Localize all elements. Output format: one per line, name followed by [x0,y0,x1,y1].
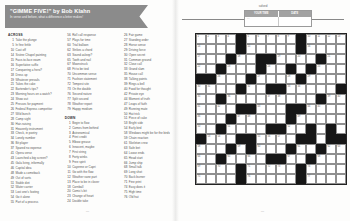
clue-text: Wild bunch [16,112,31,116]
black-square [296,174,306,184]
clue-text: Place to be in clover [72,180,99,184]
white-square: 40 [336,94,346,104]
cell-number: 28 [288,75,291,78]
white-square [336,74,346,84]
clue-text: Old hat [129,195,139,199]
white-square: 76 [246,174,256,184]
cell-number: 56 [268,135,271,138]
cell-number: 46 [198,115,201,118]
cell-number: 14 [198,45,201,48]
cell-number: 35 [198,95,201,98]
black-square [246,104,256,114]
clue-text: Fashion statement [72,77,97,81]
white-square: 56 [266,134,276,144]
white-square [236,154,246,164]
clue-text: Head start [129,156,143,160]
white-square: 18 [236,54,246,64]
black-square [266,84,276,94]
cell-number: 6 [258,35,259,38]
cell-number: 51 [228,125,231,128]
clue-text: Moment of truth [129,97,150,101]
white-square: 29 [306,74,316,84]
clue-text: Made a comeback [16,171,41,175]
clue-text: Stable diet [16,181,30,185]
cell-number: 39 [328,95,331,98]
white-square: 77 [306,174,316,184]
clue-text: Safe bet [129,146,140,150]
cell-number: 68 [318,155,321,158]
clue-text: Sistine Chapel painting [16,53,47,57]
black-square [206,74,216,84]
white-square: 47 [236,114,246,124]
cell-number: 34 [298,85,301,88]
white-square [276,74,286,84]
white-square [206,144,216,154]
clue-text: Check, in poetry [16,131,38,135]
cell-number: 70 [218,165,221,168]
clue-text: Jump ship [129,161,143,165]
white-square: 6 [256,34,266,44]
cell-number: 55 [258,135,261,138]
black-square [276,84,286,94]
white-square: 50 [196,124,206,134]
page-number-left: — [86,209,89,213]
white-square [326,104,336,114]
cell-number: 15 [248,45,251,48]
cell-number: 8 [278,35,279,38]
white-square [316,134,326,144]
clue-text: Presses for payment [16,102,44,106]
black-square [306,134,316,144]
white-square [316,84,326,94]
white-square: 61 [296,144,306,154]
cell-number: 59 [238,145,241,148]
clue-text: Cast off [16,48,26,52]
cell-number: 10 [308,35,311,38]
white-square: 19 [276,54,286,64]
white-square: 5 [246,34,256,44]
clue-text: Happy medium [72,107,92,111]
white-square: 55 [256,134,266,144]
cell-number: 33 [288,85,291,88]
clue-text: Hair-raising [16,122,31,126]
white-square [246,124,256,134]
puzzle-subtitle: In verse and before, what a difference a… [10,15,148,20]
clue-text: Fit to be tied [72,67,89,71]
white-square [296,154,306,164]
white-square: 46 [196,114,206,124]
black-square [296,104,306,114]
cell-number: 54 [218,135,221,138]
clue-text: Loose ends [129,151,145,155]
white-square [246,64,256,74]
white-square: 13 [336,34,346,44]
black-square [266,54,276,64]
white-square [206,54,216,64]
white-square [216,174,226,184]
black-square [296,34,306,44]
white-square [266,174,276,184]
cell-number: 13 [338,35,341,38]
white-square [216,54,226,64]
white-square [276,44,286,54]
clue-text: Private eye [129,92,144,96]
cell-number: 69 [198,165,201,168]
clue-text: Opera verse [16,151,33,155]
white-square: 44 [306,104,316,114]
clue-text: Face-to-face exam [16,58,41,62]
white-square: 30 [196,84,206,94]
white-square [316,174,326,184]
clue-text: House call [129,72,143,76]
clue-text: Print credit [72,135,86,139]
white-square: 45 [316,104,326,114]
white-square [296,94,306,104]
cell-number: 60 [258,145,261,148]
clue-text: Free spirit [72,160,85,164]
clue-text: Whatever prevails [16,78,40,82]
cell-number: 44 [308,105,311,108]
clue-text: Conquering a hero? [16,68,43,72]
clue-text: Bartender's tips? [16,87,38,91]
clue-text: Show out [16,97,29,101]
clue-text: In fine fettle [16,43,32,47]
white-square [266,74,276,84]
clue-text: Back burner [129,175,145,179]
white-square: 28 [286,74,296,84]
white-square [326,154,336,164]
clue-number: 76 [121,195,127,200]
black-square [276,124,286,134]
white-square [336,164,346,174]
white-square [326,44,336,54]
white-square [326,164,336,174]
white-square: 25 [316,64,326,74]
clue-text: Water carrier [16,185,33,189]
white-square: 1 [196,34,206,44]
white-square: 69 [196,164,206,174]
clue-text: Camp sight [16,117,31,121]
clue-text: Early bird [129,126,142,130]
white-square: 26 [216,74,226,84]
white-square: 62 [326,144,336,154]
white-square: 63 [336,144,346,154]
clue-text: Cornball [72,185,83,189]
white-square: 31 [206,84,216,94]
cell-number: 3 [218,35,219,38]
clue-line: 55Part of a process [8,200,57,205]
clue-text: Open secret [129,53,145,57]
white-square: 73 [276,164,286,174]
white-square [336,174,346,184]
clue-text: Double take [72,199,88,203]
clue-text: Strikes a chord [72,48,92,52]
clue-text: Heavenly instrument [16,127,43,131]
white-square: 58 [196,144,206,154]
white-square [276,174,286,184]
black-square [286,64,296,74]
cell-number: 30 [198,85,201,88]
white-square: 7 [266,34,276,44]
white-square: 17 [196,54,206,64]
cell-number: 2 [208,35,209,38]
white-square [206,114,216,124]
cell-number: 5 [248,35,249,38]
clue-text: High time [129,190,142,194]
black-square [216,64,226,74]
clue-text: Bit player [16,141,29,145]
cell-number: 21 [328,55,331,58]
black-square [286,144,296,154]
black-square [296,74,306,84]
white-square [226,104,236,114]
white-square: 68 [316,154,326,164]
cell-number: 62 [328,145,331,148]
cell-number: 73 [278,165,281,168]
white-square [286,164,296,174]
white-square [226,84,236,94]
white-square [216,144,226,154]
clue-text: Weather report [72,102,92,106]
cell-number: 9 [288,35,289,38]
white-square [316,44,326,54]
clue-text: Weather vane part [72,175,97,179]
white-square [316,124,326,134]
white-square [246,54,256,64]
white-square: 75 [196,174,206,184]
black-square [306,154,316,164]
clue-text: Driving force [129,48,146,52]
clue-text: Gala living, informally [16,161,45,165]
white-square: 34 [296,84,306,94]
clue-text: Piece of cake [129,116,147,120]
white-square [266,114,276,124]
white-square [216,84,226,94]
black-square [296,164,306,174]
cell-number: 7 [268,35,269,38]
white-square: 74 [306,164,316,174]
clue-text: Close call [129,62,142,66]
cell-number: 58 [198,145,201,148]
clue-text: Change of heart [72,194,94,198]
clue-text: Long shot [129,170,142,174]
clue-text: Uncommon sense [72,72,96,76]
cell-number: 61 [298,145,301,148]
white-square: 54 [216,134,226,144]
white-square [276,64,286,74]
black-square [236,34,246,44]
white-square [306,54,316,64]
white-square [206,64,216,74]
white-square [326,64,336,74]
white-square: 66 [246,154,256,164]
black-square [236,84,246,94]
white-square [296,64,306,74]
clue-text: Part of a process [16,200,39,204]
white-square [336,64,346,74]
clue-text: Running mate [129,107,148,111]
cell-number: 53 [208,135,211,138]
cell-number: 64 [198,155,201,158]
clue-text: Comic's bit [72,189,87,193]
white-square: 11 [316,34,326,44]
cell-number: 71 [248,165,251,168]
cell-number: 45 [318,105,321,108]
white-square: 49 [296,114,306,124]
white-square [286,54,296,64]
book-spread: "GIMME FIVE!" by Bob Klahn In verse and … [0,0,350,221]
white-square: 8 [276,34,286,44]
white-square [216,44,226,54]
white-square [256,174,266,184]
white-square [216,114,226,124]
cell-number: 25 [318,65,321,68]
clue-text: Tempest site [72,82,89,86]
page-number-right: — [261,209,264,213]
black-square [236,134,246,144]
white-square [336,54,346,64]
time-box: YOUR TIME DATE ··· [244,10,312,27]
black-square [236,44,246,54]
cell-number: 47 [238,115,241,118]
white-square [256,124,266,134]
clue-text: Superlative suffix [16,63,39,67]
black-square [276,154,286,164]
clues-page: "GIMME FIVE!" by Bob Klahn In verse and … [0,0,174,221]
white-square [226,164,236,174]
cell-number: 77 [308,175,311,178]
cell-number: 31 [208,85,211,88]
white-square: 37 [266,94,276,104]
white-square [226,134,236,144]
black-square [226,144,236,154]
clue-text: Innocent, maybe [72,145,94,149]
white-square [206,154,216,164]
white-square: 67 [286,154,296,164]
cell-number: 12 [328,35,331,38]
clue-text: Bright side [129,121,143,125]
white-square [276,144,286,154]
clue-text: Comes from behind [72,126,98,130]
white-square [266,104,276,114]
cell-number: 24 [268,65,271,68]
clue-text: Tooth and nail [72,58,91,62]
white-square [236,64,246,74]
cell-number: 49 [298,115,301,118]
white-square: 35 [196,94,206,104]
white-square [226,74,236,84]
black-square [196,134,206,144]
clue-line: 24Double take [65,199,114,204]
black-square [216,94,226,104]
clue-text: Fine print [129,180,142,184]
white-square: 53 [206,134,216,144]
white-square [206,174,216,184]
clue-text: Federal Express competitor [16,107,53,111]
white-square: 32 [246,84,256,94]
white-square [316,164,326,174]
white-square [336,114,346,124]
white-square: 21 [326,54,336,64]
white-square: 23 [226,64,236,74]
cell-number: 16 [308,45,311,48]
clue-text: Easy does it [129,185,145,189]
clue-text: Begin to flow [72,121,89,125]
white-square: 9 [286,34,296,44]
black-square [316,54,326,64]
black-square [326,124,336,134]
cell-number: 76 [248,175,251,178]
crossword-grid: 1234567891011121314151617181920212223242… [195,33,347,185]
clue-text: Fair game [129,33,143,37]
white-square [286,134,296,144]
white-square [256,154,266,164]
white-square [266,144,276,154]
black-square [246,134,256,144]
white-square [256,94,266,104]
cell-number: 29 [308,75,311,78]
white-square [256,114,266,124]
puzzle-title: "GIMME FIVE!" by Bob Klahn [10,8,148,15]
clue-text: Elbow grease [72,140,90,144]
white-square: 43 [256,104,266,114]
white-square [206,124,216,134]
cell-number: 72 [268,165,271,168]
cell-number: 48 [248,115,251,118]
cell-number: 67 [288,155,291,158]
white-square [326,174,336,184]
clue-text: Out of sorts [16,176,32,180]
cell-number: 19 [278,55,281,58]
white-square [336,154,346,164]
black-square [306,64,316,74]
white-square: 42 [216,104,226,114]
timebox-left-value: ··· [245,17,279,27]
clue-text: Common ground [129,58,151,62]
clue-text: Lonely number [16,136,36,140]
clue-text: Rings a bell [129,82,145,86]
black-square [226,114,236,124]
white-square: 38 [276,94,286,104]
black-square [246,74,256,84]
white-square: 20 [296,54,306,64]
cell-number: 32 [248,85,251,88]
white-square [226,174,236,184]
clue-text: Windows might be for the birds [129,131,170,135]
cell-number: 11 [318,35,320,38]
white-square [206,94,216,104]
black-square [326,134,336,144]
clue-text: Capital idea [16,166,32,170]
clue-text: Go with the flow [72,170,93,174]
white-square: 71 [246,164,256,174]
white-square: 22 [196,64,206,74]
white-square [206,164,216,174]
clue-text: Skeleton crew [129,141,148,145]
white-square: 72 [266,164,276,174]
black-square [306,124,316,134]
cell-number: 75 [198,175,201,178]
clue-text: On the double [72,87,91,91]
clue-text: Hat trick [129,112,140,116]
clue-number: 24 [65,199,71,204]
black-square [296,44,306,54]
white-square [306,144,316,154]
cell-number: 52 [288,125,291,128]
cell-number: 17 [198,55,201,58]
white-square [236,94,246,104]
white-square: 14 [196,44,206,54]
